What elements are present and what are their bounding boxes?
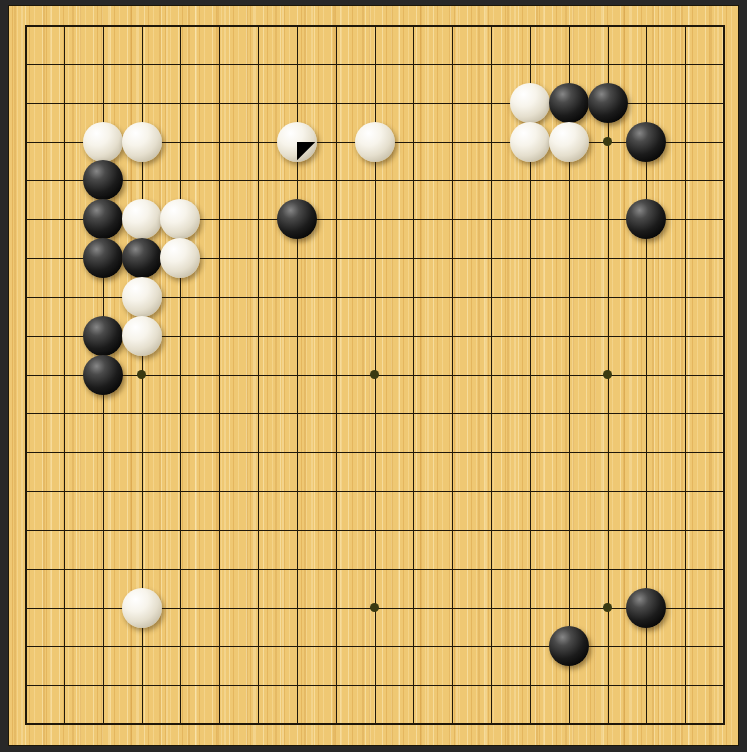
- white-stone: [83, 122, 123, 162]
- grid-line-horizontal: [25, 723, 725, 725]
- white-stone: [122, 277, 162, 317]
- black-stone: [626, 199, 666, 239]
- white-stone: [160, 199, 200, 239]
- black-stone: [83, 316, 123, 356]
- black-stone: [549, 626, 589, 666]
- grid-line-horizontal: [25, 685, 725, 686]
- black-stone: [626, 122, 666, 162]
- white-stone: [122, 316, 162, 356]
- black-stone: [83, 238, 123, 278]
- grid-line-horizontal: [25, 530, 725, 531]
- grid-line-vertical: [413, 25, 414, 725]
- last-move-marker: [297, 142, 316, 161]
- white-stone: [122, 122, 162, 162]
- go-board[interactable]: [8, 5, 739, 746]
- star-point: [603, 137, 612, 146]
- black-stone: [277, 199, 317, 239]
- grid-line-horizontal: [25, 413, 725, 414]
- white-stone: [549, 122, 589, 162]
- star-point: [603, 603, 612, 612]
- grid-line-vertical: [452, 25, 453, 725]
- star-point: [137, 370, 146, 379]
- white-stone: [277, 122, 317, 162]
- white-stone: [160, 238, 200, 278]
- star-point: [370, 370, 379, 379]
- black-stone: [588, 83, 628, 123]
- grid-line-vertical: [491, 25, 492, 725]
- white-stone: [355, 122, 395, 162]
- black-stone: [626, 588, 666, 628]
- black-stone: [83, 160, 123, 200]
- star-point: [370, 603, 379, 612]
- grid-line-horizontal: [25, 491, 725, 492]
- grid-line-horizontal: [25, 646, 725, 647]
- white-stone: [122, 199, 162, 239]
- white-stone: [122, 588, 162, 628]
- grid-line-vertical: [685, 25, 686, 725]
- black-stone: [83, 199, 123, 239]
- white-stone: [510, 122, 550, 162]
- star-point: [603, 370, 612, 379]
- grid-line-horizontal: [25, 452, 725, 453]
- white-stone: [510, 83, 550, 123]
- app-background: [0, 0, 747, 752]
- board-grid: [25, 25, 724, 724]
- black-stone: [83, 355, 123, 395]
- grid-line-vertical: [723, 25, 725, 725]
- black-stone: [549, 83, 589, 123]
- grid-line-horizontal: [25, 569, 725, 570]
- black-stone: [122, 238, 162, 278]
